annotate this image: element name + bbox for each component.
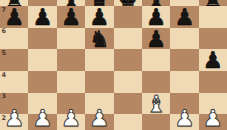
square-a4[interactable]: 4 [0, 71, 28, 93]
square-g5[interactable] [170, 49, 198, 71]
square-e2[interactable] [114, 114, 142, 129]
black-pawn-g7[interactable]: ♟ [170, 5, 198, 28]
square-b7[interactable]: ♟ [28, 6, 56, 28]
chessboard-screenshot: ♜♝♛♚♝♜7♟♟♟♟♟♟6♞♟5♟43♝2♟♟♟♟♟♟ [0, 0, 227, 130]
square-h5[interactable]: ♟ [199, 49, 227, 71]
square-e5[interactable] [114, 49, 142, 71]
square-b4[interactable] [28, 71, 56, 93]
square-f6[interactable]: ♟ [142, 28, 170, 50]
black-knight-d6[interactable]: ♞ [85, 27, 113, 50]
white-pawn-d2[interactable]: ♟ [85, 107, 113, 130]
rank-label-3: 3 [2, 93, 7, 100]
black-pawn-c7[interactable]: ♟ [57, 5, 85, 28]
square-g2[interactable]: ♟ [170, 114, 198, 129]
square-c4[interactable] [57, 71, 85, 93]
white-pawn-a2[interactable]: ♟ [0, 107, 28, 130]
square-b2[interactable]: ♟ [28, 114, 56, 129]
square-a2[interactable]: 2♟ [0, 114, 28, 129]
square-h7[interactable] [199, 6, 227, 28]
square-f5[interactable] [142, 49, 170, 71]
square-d6[interactable]: ♞ [85, 28, 113, 50]
square-e3[interactable] [114, 93, 142, 115]
square-f2[interactable] [142, 114, 170, 129]
black-pawn-b7[interactable]: ♟ [28, 5, 56, 28]
rank-label-4: 4 [2, 72, 7, 79]
square-e4[interactable] [114, 71, 142, 93]
square-g7[interactable]: ♟ [170, 6, 198, 28]
square-c5[interactable] [57, 49, 85, 71]
square-e6[interactable] [114, 28, 142, 50]
rank-label-5: 5 [2, 50, 7, 57]
chess-board: ♜♝♛♚♝♜7♟♟♟♟♟♟6♞♟5♟43♝2♟♟♟♟♟♟ [0, 0, 227, 130]
white-pawn-g2[interactable]: ♟ [170, 107, 198, 130]
black-pawn-f6[interactable]: ♟ [142, 27, 170, 50]
square-b6[interactable] [28, 28, 56, 50]
square-d5[interactable] [85, 49, 113, 71]
square-h4[interactable] [199, 71, 227, 93]
square-c7[interactable]: ♟ [57, 6, 85, 28]
square-c2[interactable]: ♟ [57, 114, 85, 129]
square-h2[interactable]: ♟ [199, 114, 227, 129]
white-bishop-f3[interactable]: ♝ [142, 92, 170, 115]
square-d4[interactable] [85, 71, 113, 93]
square-c6[interactable] [57, 28, 85, 50]
square-d2[interactable]: ♟ [85, 114, 113, 129]
square-a6[interactable]: 6 [0, 28, 28, 50]
square-f3[interactable]: ♝ [142, 93, 170, 115]
rank-label-6: 6 [2, 28, 7, 35]
square-b5[interactable] [28, 49, 56, 71]
white-pawn-h2[interactable]: ♟ [199, 107, 227, 130]
square-g6[interactable] [170, 28, 198, 50]
square-g4[interactable] [170, 71, 198, 93]
white-pawn-b2[interactable]: ♟ [28, 107, 56, 130]
black-pawn-a7[interactable]: ♟ [0, 5, 28, 28]
white-pawn-c2[interactable]: ♟ [57, 107, 85, 130]
square-a5[interactable]: 5 [0, 49, 28, 71]
black-pawn-h5[interactable]: ♟ [199, 49, 227, 72]
square-a7[interactable]: 7♟ [0, 6, 28, 28]
square-e7[interactable] [114, 6, 142, 28]
